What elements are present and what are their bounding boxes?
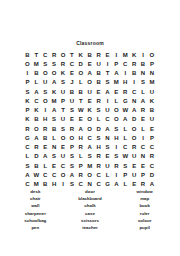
grid-cell: M	[32, 59, 41, 68]
grid-cell: S	[103, 78, 112, 87]
grid-cell: M	[147, 78, 156, 87]
grid-cell: I	[112, 50, 121, 59]
grid-cell: I	[41, 106, 50, 115]
grid-cell: O	[130, 133, 139, 142]
grid-cell: S	[67, 161, 76, 170]
grid-cell: I	[121, 69, 130, 78]
grid-cell: C	[103, 115, 112, 124]
grid-cell: O	[41, 69, 50, 78]
grid-cell: H	[112, 133, 121, 142]
grid-cell: E	[59, 143, 68, 152]
grid-cell: C	[85, 133, 94, 142]
grid-cell: M	[50, 96, 59, 105]
grid-cell: U	[103, 106, 112, 115]
grid-cell: A	[32, 133, 41, 142]
grid-cell: S	[139, 78, 148, 87]
grid-cell: A	[76, 124, 85, 133]
grid-cell: L	[139, 87, 148, 96]
grid-cell: A	[103, 87, 112, 96]
grid-cell: B	[139, 59, 148, 68]
grid-cell: R	[112, 161, 121, 170]
grid-cell: S	[23, 161, 32, 170]
grid-cell: N	[130, 96, 139, 105]
word-item: desk	[30, 188, 40, 195]
grid-cell: U	[59, 87, 68, 96]
grid-cell: N	[139, 69, 148, 78]
grid-cell: P	[67, 143, 76, 152]
grid-cell: R	[76, 170, 85, 179]
word-list-column: doorblackboardchalkcasescissorsteacher	[63, 188, 118, 231]
grid-cell: B	[32, 115, 41, 124]
grid-cell: E	[85, 96, 94, 105]
grid-cell: R	[76, 143, 85, 152]
grid-cell: U	[85, 87, 94, 96]
puzzle-title: Classroom	[0, 40, 180, 46]
grid-cell: U	[147, 115, 156, 124]
grid-cell: K	[130, 50, 139, 59]
grid-cell: R	[94, 96, 103, 105]
grid-cell: P	[112, 59, 121, 68]
word-item: book	[139, 202, 150, 209]
grid-cell: B	[67, 87, 76, 96]
worksheet-page: Classroom BTCROTKBREIMKIOOMSSRCDEUIPCRBP…	[0, 0, 180, 256]
grid-cell: S	[59, 124, 68, 133]
word-item: map	[140, 195, 149, 202]
grid-cell: G	[121, 96, 130, 105]
word-item: case	[85, 210, 95, 217]
grid-cell: U	[67, 96, 76, 105]
grid-cell: W	[121, 106, 130, 115]
grid-cell: P	[147, 133, 156, 142]
grid-cell: C	[121, 143, 130, 152]
grid-cell: C	[139, 143, 148, 152]
word-search-grid: BTCROTKBREIMKIOOMSSRCDEUIPCRBPIBOOKEOABT…	[23, 50, 156, 189]
grid-cell: R	[50, 50, 59, 59]
grid-cell: A	[50, 78, 59, 87]
grid-cell: C	[147, 143, 156, 152]
grid-cell: B	[147, 106, 156, 115]
grid-cell: O	[85, 78, 94, 87]
grid-cell: O	[50, 69, 59, 78]
grid-cell: M	[85, 161, 94, 170]
word-item: window	[137, 188, 153, 195]
grid-cell: P	[147, 59, 156, 68]
grid-cell: L	[50, 133, 59, 142]
grid-cell: K	[32, 106, 41, 115]
grid-cell: R	[94, 50, 103, 59]
word-list-column: windowmapbookrulercolourpupil	[117, 188, 172, 231]
grid-cell: O	[147, 50, 156, 59]
word-item: wall	[31, 202, 39, 209]
word-item: scissors	[81, 217, 99, 224]
grid-cell: H	[41, 115, 50, 124]
grid-cell: O	[59, 170, 68, 179]
grid-cell: B	[94, 78, 103, 87]
grid-cell: J	[67, 78, 76, 87]
grid-cell: S	[94, 106, 103, 115]
word-item: teacher	[82, 224, 98, 231]
grid-cell: E	[67, 69, 76, 78]
grid-cell: G	[23, 133, 32, 142]
grid-cell: N	[139, 152, 148, 161]
grid-cell: E	[139, 115, 148, 124]
grid-cell: P	[59, 96, 68, 105]
word-item: sharpener	[25, 210, 46, 217]
grid-cell: L	[121, 124, 130, 133]
grid-cell: S	[59, 78, 68, 87]
grid-cell: C	[41, 170, 50, 179]
grid-cell: P	[23, 106, 32, 115]
grid-cell: R	[94, 152, 103, 161]
grid-cell: S	[50, 152, 59, 161]
grid-cell: S	[41, 87, 50, 96]
grid-cell: I	[103, 96, 112, 105]
grid-cell: K	[85, 106, 94, 115]
word-item: chair	[30, 195, 41, 202]
grid-cell: C	[59, 161, 68, 170]
grid-cell: R	[41, 124, 50, 133]
word-item: door	[85, 188, 95, 195]
grid-cell: I	[103, 59, 112, 68]
grid-cell: U	[59, 115, 68, 124]
grid-cell: T	[32, 50, 41, 59]
grid-cell: D	[76, 59, 85, 68]
grid-cell: K	[76, 50, 85, 59]
grid-cell: S	[67, 106, 76, 115]
grid-cell: L	[112, 96, 121, 105]
grid-cell: S	[112, 152, 121, 161]
grid-cell: E	[76, 115, 85, 124]
grid-cell: E	[103, 50, 112, 59]
grid-cell: N	[50, 143, 59, 152]
word-item: schoolbag	[24, 217, 46, 224]
grid-cell: R	[94, 161, 103, 170]
grid-cell: H	[94, 143, 103, 152]
grid-cell: E	[50, 161, 59, 170]
word-item: pen	[31, 224, 39, 231]
grid-cell: C	[121, 59, 130, 68]
grid-cell: S	[23, 87, 32, 96]
grid-cell: A	[103, 124, 112, 133]
grid-cell: A	[130, 106, 139, 115]
grid-cell: R	[59, 59, 68, 68]
grid-cell: C	[23, 143, 32, 152]
grid-cell: T	[59, 106, 68, 115]
grid-cell: I	[112, 170, 121, 179]
grid-cell: O	[130, 124, 139, 133]
grid-cell: O	[112, 115, 121, 124]
grid-cell: M	[121, 50, 130, 59]
grid-cell: I	[23, 69, 32, 78]
grid-cell: L	[121, 133, 130, 142]
grid-cell: W	[32, 170, 41, 179]
word-item: blackboard	[78, 195, 101, 202]
word-list: deskchairwallsharpenerschoolbagpendoorbl…	[8, 188, 172, 231]
grid-cell: L	[103, 170, 112, 179]
grid-cell: O	[85, 124, 94, 133]
grid-cell: K	[59, 69, 68, 78]
grid-cell: L	[23, 152, 32, 161]
grid-cell: E	[103, 152, 112, 161]
grid-cell: B	[41, 133, 50, 142]
grid-cell: U	[130, 152, 139, 161]
grid-cell: O	[85, 115, 94, 124]
grid-cell: O	[59, 50, 68, 59]
grid-cell: L	[139, 124, 148, 133]
grid-cell: S	[50, 115, 59, 124]
grid-cell: E	[130, 161, 139, 170]
grid-cell: L	[76, 152, 85, 161]
grid-cell: K	[23, 96, 32, 105]
grid-cell: W	[121, 152, 130, 161]
grid-cell: K	[50, 87, 59, 96]
grid-cell: B	[85, 50, 94, 59]
grid-cell: I	[139, 50, 148, 59]
grid-cell: B	[32, 69, 41, 78]
grid-cell: C	[32, 96, 41, 105]
grid-cell: R	[130, 59, 139, 68]
grid-cell: O	[67, 133, 76, 142]
grid-cell: U	[130, 170, 139, 179]
grid-cell: L	[41, 161, 50, 170]
grid-cell: A	[85, 143, 94, 152]
grid-cell: E	[94, 87, 103, 96]
grid-cell: B	[76, 87, 85, 96]
grid-cell: N	[103, 133, 112, 142]
grid-cell: U	[59, 152, 68, 161]
grid-cell: S	[112, 124, 121, 133]
grid-cell: O	[32, 124, 41, 133]
grid-cell: R	[32, 143, 41, 152]
grid-cell: R	[139, 106, 148, 115]
grid-cell: A	[50, 106, 59, 115]
grid-cell: B	[94, 69, 103, 78]
grid-cell: S	[103, 143, 112, 152]
grid-cell: R	[67, 124, 76, 133]
grid-cell: D	[32, 152, 41, 161]
word-item: chalk	[84, 202, 95, 209]
grid-cell: S	[121, 161, 130, 170]
grid-cell: P	[139, 170, 148, 179]
grid-cell: U	[147, 87, 156, 96]
grid-cell: U	[103, 161, 112, 170]
grid-cell: S	[67, 152, 76, 161]
grid-cell: T	[67, 50, 76, 59]
grid-cell: W	[76, 106, 85, 115]
grid-cell: S	[85, 152, 94, 161]
grid-cell: A	[67, 170, 76, 179]
grid-cell: C	[67, 59, 76, 68]
grid-cell: O	[23, 59, 32, 68]
grid-cell: P	[23, 78, 32, 87]
grid-cell: U	[41, 78, 50, 87]
grid-cell: K	[147, 96, 156, 105]
grid-cell: P	[76, 161, 85, 170]
grid-cell: L	[32, 78, 41, 87]
grid-cell: C	[50, 170, 59, 179]
grid-cell: A	[85, 69, 94, 78]
grid-cell: I	[112, 143, 121, 152]
grid-cell: C	[130, 87, 139, 96]
grid-cell: O	[112, 106, 121, 115]
grid-cell: O	[41, 96, 50, 105]
grid-cell: E	[139, 161, 148, 170]
grid-cell: D	[147, 170, 156, 179]
grid-cell: I	[130, 78, 139, 87]
grid-cell: R	[121, 87, 130, 96]
word-item: ruler	[140, 210, 150, 217]
grid-cell: O	[59, 133, 68, 142]
grid-cell: B	[32, 161, 41, 170]
grid-cell: H	[121, 78, 130, 87]
grid-cell: C	[94, 170, 103, 179]
grid-cell: E	[112, 87, 121, 96]
grid-cell: B	[130, 69, 139, 78]
grid-cell: A	[139, 96, 148, 105]
grid-cell: E	[147, 124, 156, 133]
grid-cell: D	[94, 124, 103, 133]
grid-cell: S	[41, 59, 50, 68]
grid-cell: L	[76, 78, 85, 87]
grid-cell: E	[85, 59, 94, 68]
grid-cell: A	[121, 115, 130, 124]
grid-cell: P	[121, 170, 130, 179]
grid-cell: L	[94, 115, 103, 124]
word-item: colour	[138, 217, 151, 224]
grid-cell: C	[41, 50, 50, 59]
grid-cell: S	[50, 59, 59, 68]
grid-cell: O	[76, 69, 85, 78]
grid-cell: R	[23, 124, 32, 133]
grid-cell: A	[112, 69, 121, 78]
grid-cell: I	[139, 133, 148, 142]
grid-cell: O	[85, 170, 94, 179]
grid-cell: N	[147, 69, 156, 78]
word-item: pupil	[139, 224, 150, 231]
grid-cell: B	[23, 50, 32, 59]
grid-cell: E	[41, 143, 50, 152]
grid-cell: K	[23, 115, 32, 124]
grid-cell: H	[76, 133, 85, 142]
grid-cell: B	[50, 124, 59, 133]
word-list-column: deskchairwallsharpenerschoolbagpen	[8, 188, 63, 231]
grid-cell: U	[94, 59, 103, 68]
grid-cell: R	[130, 143, 139, 152]
grid-cell: R	[147, 152, 156, 161]
grid-cell: D	[130, 115, 139, 124]
grid-cell: T	[103, 69, 112, 78]
grid-cell: M	[112, 78, 121, 87]
grid-cell: T	[76, 96, 85, 105]
grid-cell: C	[147, 161, 156, 170]
grid-cell: A	[41, 152, 50, 161]
grid-cell: E	[67, 115, 76, 124]
grid-cell: A	[32, 87, 41, 96]
grid-cell: A	[23, 170, 32, 179]
grid-cell: S	[94, 133, 103, 142]
